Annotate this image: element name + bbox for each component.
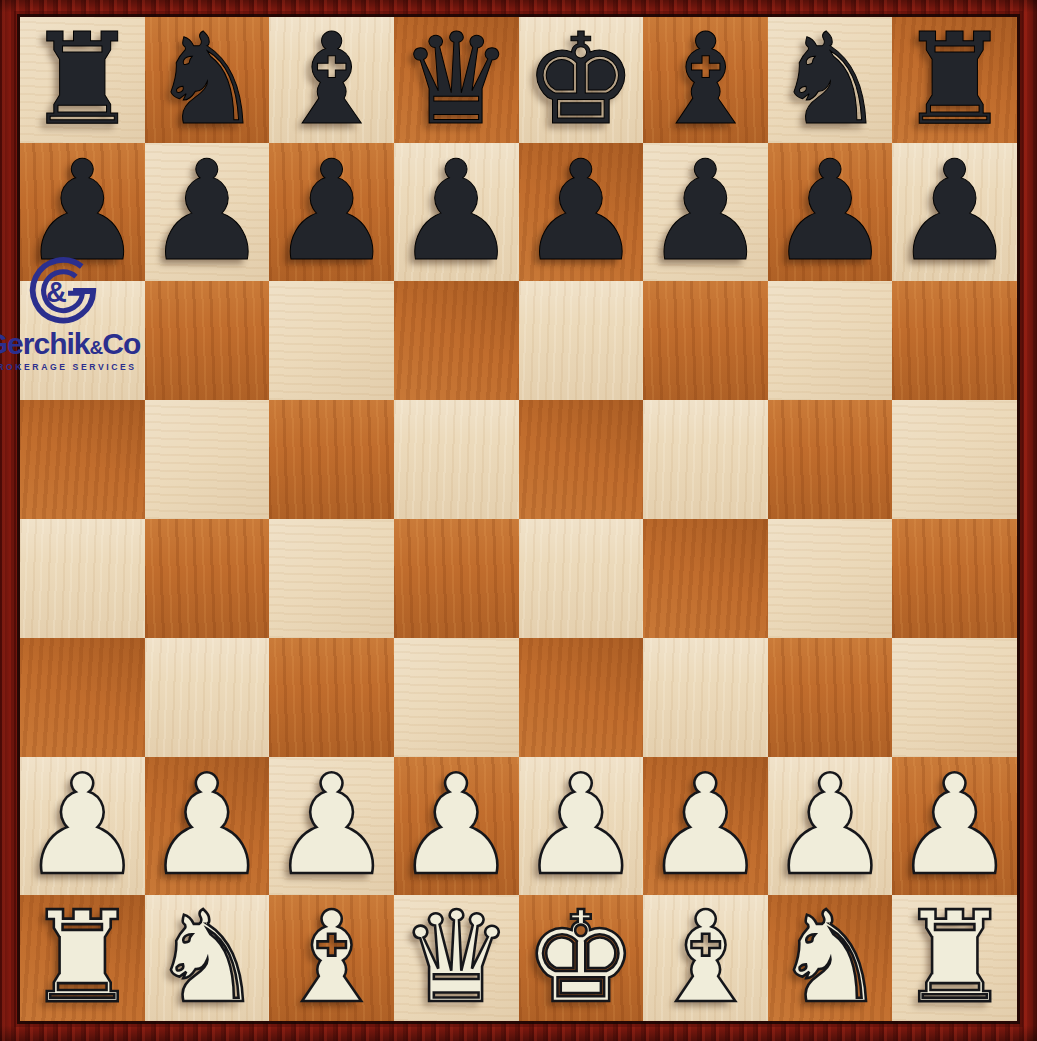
piece-black-knight[interactable]: ♞ xyxy=(150,17,263,143)
piece-black-pawn[interactable]: ♟ xyxy=(519,143,643,281)
piece-white-bishop[interactable]: ♝ xyxy=(649,895,762,1021)
square-e8[interactable]: ♚ xyxy=(519,17,644,143)
square-d7[interactable]: ♟ xyxy=(394,143,519,281)
square-f2[interactable]: ♟ xyxy=(643,757,768,895)
square-a4[interactable] xyxy=(20,519,145,638)
piece-white-knight[interactable]: ♞ xyxy=(774,895,887,1021)
square-g4[interactable] xyxy=(768,519,893,638)
piece-black-pawn[interactable]: ♟ xyxy=(394,143,518,281)
square-d1[interactable]: ♛ xyxy=(394,895,519,1021)
square-c6[interactable] xyxy=(269,281,394,400)
square-h6[interactable] xyxy=(892,281,1017,400)
square-g8[interactable]: ♞ xyxy=(768,17,893,143)
square-f4[interactable] xyxy=(643,519,768,638)
square-f6[interactable] xyxy=(643,281,768,400)
piece-black-pawn[interactable]: ♟ xyxy=(20,143,144,281)
square-b1[interactable]: ♞ xyxy=(145,895,270,1021)
square-c2[interactable]: ♟ xyxy=(269,757,394,895)
piece-white-pawn[interactable]: ♟ xyxy=(768,757,892,895)
square-b8[interactable]: ♞ xyxy=(145,17,270,143)
square-h1[interactable]: ♜ xyxy=(892,895,1017,1021)
square-h4[interactable] xyxy=(892,519,1017,638)
square-g2[interactable]: ♟ xyxy=(768,757,893,895)
square-f1[interactable]: ♝ xyxy=(643,895,768,1021)
square-c4[interactable] xyxy=(269,519,394,638)
square-e4[interactable] xyxy=(519,519,644,638)
square-c8[interactable]: ♝ xyxy=(269,17,394,143)
piece-white-knight[interactable]: ♞ xyxy=(150,895,263,1021)
board-frame: ♜♞♝♛♚♝♞♜♟♟♟♟♟♟♟♟♟♟♟♟♟♟♟♟♜♞♝♛♚♝♞♜ & Gerch… xyxy=(0,0,1037,1041)
square-f5[interactable] xyxy=(643,400,768,519)
square-c5[interactable] xyxy=(269,400,394,519)
square-d6[interactable] xyxy=(394,281,519,400)
piece-black-pawn[interactable]: ♟ xyxy=(768,143,892,281)
square-e5[interactable] xyxy=(519,400,644,519)
piece-white-pawn[interactable]: ♟ xyxy=(644,757,768,895)
piece-white-queen[interactable]: ♛ xyxy=(400,895,513,1021)
square-d5[interactable] xyxy=(394,400,519,519)
piece-black-bishop[interactable]: ♝ xyxy=(275,17,388,143)
chess-board: ♜♞♝♛♚♝♞♜♟♟♟♟♟♟♟♟♟♟♟♟♟♟♟♟♜♞♝♛♚♝♞♜ xyxy=(20,17,1017,1021)
square-b5[interactable] xyxy=(145,400,270,519)
square-b3[interactable] xyxy=(145,638,270,757)
square-d4[interactable] xyxy=(394,519,519,638)
piece-black-knight[interactable]: ♞ xyxy=(774,17,887,143)
piece-black-rook[interactable]: ♜ xyxy=(26,17,139,143)
piece-white-rook[interactable]: ♜ xyxy=(898,895,1011,1021)
square-c7[interactable]: ♟ xyxy=(269,143,394,281)
square-b7[interactable]: ♟ xyxy=(145,143,270,281)
square-f7[interactable]: ♟ xyxy=(643,143,768,281)
square-a6[interactable] xyxy=(20,281,145,400)
piece-white-pawn[interactable]: ♟ xyxy=(145,757,269,895)
square-h8[interactable]: ♜ xyxy=(892,17,1017,143)
square-b4[interactable] xyxy=(145,519,270,638)
square-g7[interactable]: ♟ xyxy=(768,143,893,281)
square-c3[interactable] xyxy=(269,638,394,757)
square-e3[interactable] xyxy=(519,638,644,757)
piece-white-pawn[interactable]: ♟ xyxy=(519,757,643,895)
square-c1[interactable]: ♝ xyxy=(269,895,394,1021)
piece-white-pawn[interactable]: ♟ xyxy=(394,757,518,895)
square-a3[interactable] xyxy=(20,638,145,757)
piece-black-pawn[interactable]: ♟ xyxy=(644,143,768,281)
piece-white-pawn[interactable]: ♟ xyxy=(893,757,1017,895)
piece-white-pawn[interactable]: ♟ xyxy=(270,757,394,895)
square-d2[interactable]: ♟ xyxy=(394,757,519,895)
piece-black-rook[interactable]: ♜ xyxy=(898,17,1011,143)
piece-black-pawn[interactable]: ♟ xyxy=(145,143,269,281)
square-f8[interactable]: ♝ xyxy=(643,17,768,143)
square-e6[interactable] xyxy=(519,281,644,400)
piece-black-pawn[interactable]: ♟ xyxy=(893,143,1017,281)
square-a8[interactable]: ♜ xyxy=(20,17,145,143)
square-g3[interactable] xyxy=(768,638,893,757)
square-f3[interactable] xyxy=(643,638,768,757)
square-h7[interactable]: ♟ xyxy=(892,143,1017,281)
piece-black-pawn[interactable]: ♟ xyxy=(270,143,394,281)
square-d3[interactable] xyxy=(394,638,519,757)
piece-black-king[interactable]: ♚ xyxy=(524,17,637,143)
square-g5[interactable] xyxy=(768,400,893,519)
square-e1[interactable]: ♚ xyxy=(519,895,644,1021)
square-b2[interactable]: ♟ xyxy=(145,757,270,895)
square-h5[interactable] xyxy=(892,400,1017,519)
square-e2[interactable]: ♟ xyxy=(519,757,644,895)
piece-white-bishop[interactable]: ♝ xyxy=(275,895,388,1021)
square-a7[interactable]: ♟ xyxy=(20,143,145,281)
square-h2[interactable]: ♟ xyxy=(892,757,1017,895)
square-g6[interactable] xyxy=(768,281,893,400)
piece-white-pawn[interactable]: ♟ xyxy=(20,757,144,895)
piece-black-queen[interactable]: ♛ xyxy=(400,17,513,143)
square-e7[interactable]: ♟ xyxy=(519,143,644,281)
square-h3[interactable] xyxy=(892,638,1017,757)
square-a5[interactable] xyxy=(20,400,145,519)
piece-white-rook[interactable]: ♜ xyxy=(26,895,139,1021)
square-g1[interactable]: ♞ xyxy=(768,895,893,1021)
square-b6[interactable] xyxy=(145,281,270,400)
square-a1[interactable]: ♜ xyxy=(20,895,145,1021)
square-d8[interactable]: ♛ xyxy=(394,17,519,143)
piece-black-bishop[interactable]: ♝ xyxy=(649,17,762,143)
piece-white-king[interactable]: ♚ xyxy=(524,895,637,1021)
square-a2[interactable]: ♟ xyxy=(20,757,145,895)
